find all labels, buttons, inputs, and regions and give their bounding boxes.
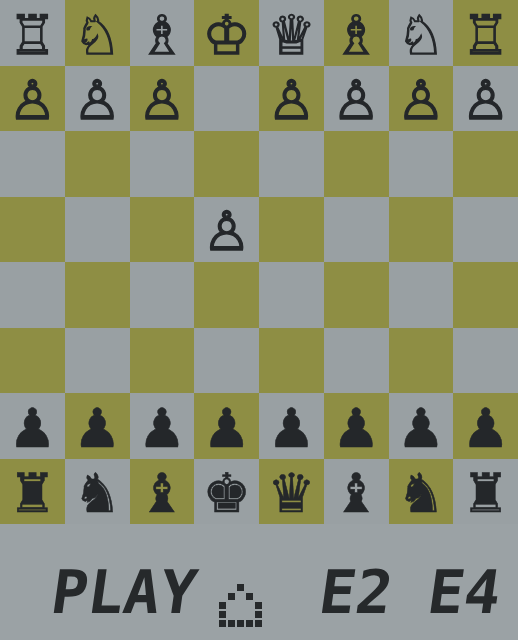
black-pawn-piece: ♟︎ <box>8 402 56 456</box>
square-e2[interactable] <box>194 66 259 132</box>
square-g5[interactable] <box>65 262 130 328</box>
chess-computer-screen: ♖♘♗♔♕♗♘♖♙♙♙♙♙♙♙♙♟︎♟︎♟︎♟︎♟︎♟︎♟︎♟︎♜︎♞︎♝︎♚︎… <box>0 0 518 640</box>
white-king-piece: ♔ <box>202 9 250 63</box>
square-d2[interactable]: ♙ <box>259 66 324 132</box>
square-f4[interactable] <box>130 197 195 263</box>
square-c8[interactable]: ♝︎ <box>324 459 389 525</box>
square-d4[interactable] <box>259 197 324 263</box>
move-text: E2 E4 <box>315 557 505 627</box>
square-c2[interactable]: ♙ <box>324 66 389 132</box>
dotted-pawn-icon <box>219 584 262 627</box>
square-c3[interactable] <box>324 131 389 197</box>
square-c7[interactable]: ♟︎ <box>324 393 389 459</box>
square-h6[interactable] <box>0 328 65 394</box>
black-pawn-piece: ♟︎ <box>332 402 380 456</box>
square-b3[interactable] <box>389 131 454 197</box>
black-pawn-piece: ♟︎ <box>267 402 315 456</box>
square-b8[interactable]: ♞︎ <box>389 459 454 525</box>
white-pawn-piece: ♙ <box>461 74 509 128</box>
square-e3[interactable] <box>194 131 259 197</box>
square-c1[interactable]: ♗ <box>324 0 389 66</box>
square-h7[interactable]: ♟︎ <box>0 393 65 459</box>
black-king-piece: ♚︎ <box>202 467 250 521</box>
square-g3[interactable] <box>65 131 130 197</box>
square-g6[interactable] <box>65 328 130 394</box>
square-a1[interactable]: ♖ <box>453 0 518 66</box>
white-pawn-piece: ♙ <box>332 74 380 128</box>
square-d5[interactable] <box>259 262 324 328</box>
square-g1[interactable]: ♘ <box>65 0 130 66</box>
white-pawn-piece: ♙ <box>8 74 56 128</box>
black-pawn-piece: ♟︎ <box>138 402 186 456</box>
square-f7[interactable]: ♟︎ <box>130 393 195 459</box>
square-h5[interactable] <box>0 262 65 328</box>
white-bishop-piece: ♗ <box>332 9 380 63</box>
status-label: PLAY <box>47 557 201 627</box>
square-e8[interactable]: ♚︎ <box>194 459 259 525</box>
square-b5[interactable] <box>389 262 454 328</box>
square-d1[interactable]: ♕ <box>259 0 324 66</box>
square-e1[interactable]: ♔ <box>194 0 259 66</box>
square-c5[interactable] <box>324 262 389 328</box>
square-a8[interactable]: ♜︎ <box>453 459 518 525</box>
square-f3[interactable] <box>130 131 195 197</box>
square-h1[interactable]: ♖ <box>0 0 65 66</box>
white-pawn-piece: ♙ <box>138 74 186 128</box>
black-pawn-piece: ♟︎ <box>397 402 445 456</box>
square-d6[interactable] <box>259 328 324 394</box>
square-f6[interactable] <box>130 328 195 394</box>
white-rook-piece: ♖ <box>461 9 509 63</box>
white-pawn-piece: ♙ <box>397 74 445 128</box>
square-g7[interactable]: ♟︎ <box>65 393 130 459</box>
white-bishop-piece: ♗ <box>138 9 186 63</box>
square-f8[interactable]: ♝︎ <box>130 459 195 525</box>
square-a4[interactable] <box>453 197 518 263</box>
black-queen-piece: ♛︎ <box>267 467 315 521</box>
black-pawn-piece: ♟︎ <box>461 402 509 456</box>
black-knight-piece: ♞︎ <box>397 467 445 521</box>
square-a7[interactable]: ♟︎ <box>453 393 518 459</box>
white-knight-piece: ♘ <box>73 9 121 63</box>
square-h8[interactable]: ♜︎ <box>0 459 65 525</box>
square-g8[interactable]: ♞︎ <box>65 459 130 525</box>
black-rook-piece: ♜︎ <box>461 467 509 521</box>
black-bishop-piece: ♝︎ <box>138 467 186 521</box>
square-a2[interactable]: ♙ <box>453 66 518 132</box>
black-knight-piece: ♞︎ <box>73 467 121 521</box>
square-b1[interactable]: ♘ <box>389 0 454 66</box>
square-a5[interactable] <box>453 262 518 328</box>
square-c4[interactable] <box>324 197 389 263</box>
white-pawn-piece: ♙ <box>202 205 250 259</box>
square-d7[interactable]: ♟︎ <box>259 393 324 459</box>
square-g2[interactable]: ♙ <box>65 66 130 132</box>
square-f2[interactable]: ♙ <box>130 66 195 132</box>
white-pawn-piece: ♙ <box>73 74 121 128</box>
white-queen-piece: ♕ <box>267 9 315 63</box>
black-rook-piece: ♜︎ <box>8 467 56 521</box>
square-b6[interactable] <box>389 328 454 394</box>
square-f1[interactable]: ♗ <box>130 0 195 66</box>
square-e4[interactable]: ♙ <box>194 197 259 263</box>
square-f5[interactable] <box>130 262 195 328</box>
white-knight-piece: ♘ <box>397 9 445 63</box>
square-h2[interactable]: ♙ <box>0 66 65 132</box>
square-d3[interactable] <box>259 131 324 197</box>
square-b7[interactable]: ♟︎ <box>389 393 454 459</box>
square-c6[interactable] <box>324 328 389 394</box>
black-pawn-piece: ♟︎ <box>202 402 250 456</box>
black-bishop-piece: ♝︎ <box>332 467 380 521</box>
square-h4[interactable] <box>0 197 65 263</box>
square-a3[interactable] <box>453 131 518 197</box>
square-e5[interactable] <box>194 262 259 328</box>
black-pawn-piece: ♟︎ <box>73 402 121 456</box>
square-d8[interactable]: ♛︎ <box>259 459 324 525</box>
lcd-status-display: PLAY E2 E4 <box>0 524 518 640</box>
square-b4[interactable] <box>389 197 454 263</box>
white-pawn-piece: ♙ <box>267 74 315 128</box>
square-e7[interactable]: ♟︎ <box>194 393 259 459</box>
white-rook-piece: ♖ <box>8 9 56 63</box>
square-b2[interactable]: ♙ <box>389 66 454 132</box>
chess-board: ♖♘♗♔♕♗♘♖♙♙♙♙♙♙♙♙♟︎♟︎♟︎♟︎♟︎♟︎♟︎♟︎♜︎♞︎♝︎♚︎… <box>0 0 518 524</box>
square-a6[interactable] <box>453 328 518 394</box>
square-g4[interactable] <box>65 197 130 263</box>
square-e6[interactable] <box>194 328 259 394</box>
square-h3[interactable] <box>0 131 65 197</box>
